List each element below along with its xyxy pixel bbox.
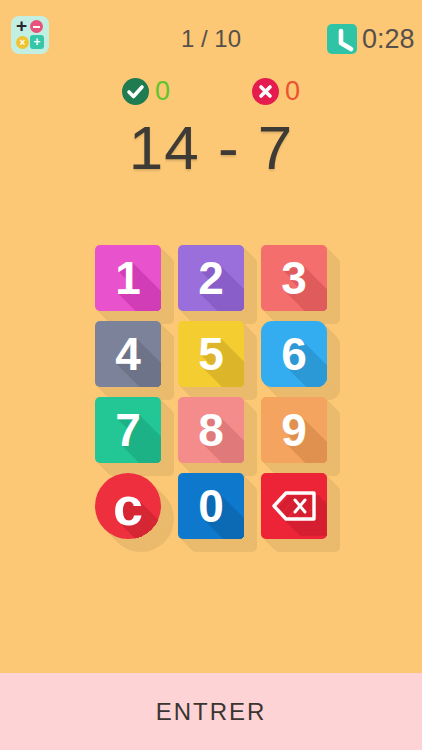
math-problem: 14 - 7 (0, 112, 422, 183)
wrong-count: 0 (285, 78, 300, 105)
check-icon (122, 78, 149, 105)
app-screen: + × + 1 / 10 0:28 0 0 14 - (0, 0, 422, 750)
key-2[interactable]: 2 (178, 245, 244, 311)
correct-score: 0 (122, 78, 170, 105)
timer-value: 0:28 (362, 24, 415, 55)
key-backspace[interactable] (261, 473, 327, 539)
key-label: 0 (198, 483, 224, 529)
key-7[interactable]: 7 (95, 397, 161, 463)
key-label: 7 (115, 407, 141, 453)
question-progress: 1 / 10 (0, 25, 422, 53)
key-label: 4 (115, 331, 141, 377)
wrong-score: 0 (252, 78, 300, 105)
key-label: 3 (281, 255, 307, 301)
key-3[interactable]: 3 (261, 245, 327, 311)
timer-clock-icon (327, 24, 357, 54)
key-label: 9 (281, 407, 307, 453)
key-5[interactable]: 5 (178, 321, 244, 387)
correct-count: 0 (155, 78, 170, 105)
keypad: 123456789c0 (95, 245, 327, 539)
key-6[interactable]: 6 (261, 321, 327, 387)
key-9[interactable]: 9 (261, 397, 327, 463)
key-label: 6 (281, 331, 307, 377)
score-row: 0 0 (0, 76, 422, 106)
key-0[interactable]: 0 (178, 473, 244, 539)
key-label: 8 (198, 407, 224, 453)
key-1[interactable]: 1 (95, 245, 161, 311)
backspace-icon (271, 489, 317, 523)
key-8[interactable]: 8 (178, 397, 244, 463)
x-icon (252, 78, 279, 105)
key-label: 5 (198, 331, 224, 377)
key-4[interactable]: 4 (95, 321, 161, 387)
key-label: 2 (198, 255, 224, 301)
enter-button[interactable]: ENTRER (0, 673, 422, 750)
key-clear[interactable]: c (95, 473, 161, 539)
key-label: 1 (115, 255, 141, 301)
key-label: c (113, 479, 143, 533)
